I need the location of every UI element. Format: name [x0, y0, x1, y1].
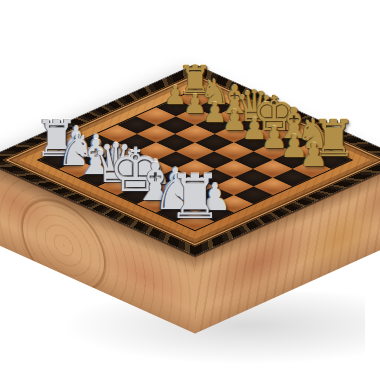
white-rook-h1: ♜ — [155, 166, 235, 227]
product-photo-scene: ♜♞♝♛♚♝♞♜♟♟♟♟♟♟♟♟♟♟♟♟♟♟♟♟♜♞♝♛♚♝♞♜ — [0, 0, 380, 380]
black-pawn-h7: ♟ — [274, 139, 354, 171]
pieces-layer: ♜♞♝♛♚♝♞♜♟♟♟♟♟♟♟♟♟♟♟♟♟♟♟♟♜♞♝♛♚♝♞♜ — [0, 0, 380, 380]
